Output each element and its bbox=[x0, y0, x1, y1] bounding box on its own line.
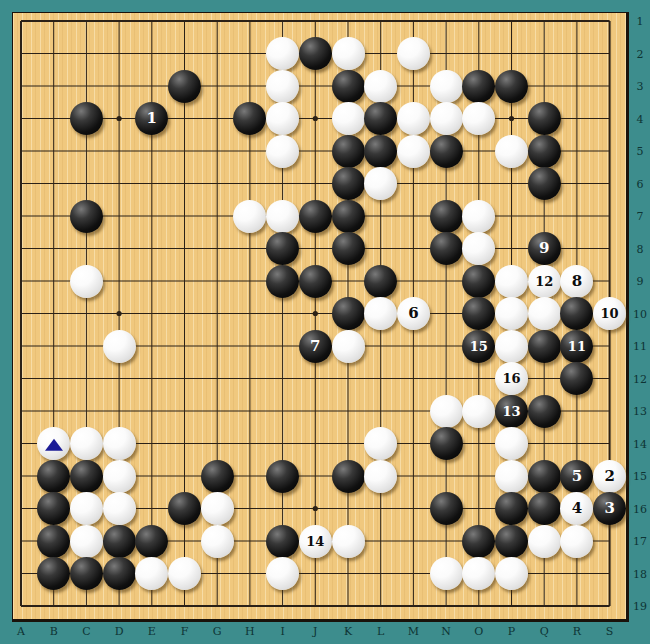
triangle-marker bbox=[45, 438, 63, 450]
stone-black bbox=[37, 557, 70, 590]
stone-white: 12 bbox=[528, 265, 561, 298]
move-number: 2 bbox=[593, 460, 626, 493]
stone-white bbox=[168, 557, 201, 590]
stone-black bbox=[528, 460, 561, 493]
row-label: 16 bbox=[631, 503, 649, 516]
stone-white bbox=[201, 492, 234, 525]
column-label: P bbox=[503, 625, 521, 638]
stone-black bbox=[37, 525, 70, 558]
stone-white bbox=[495, 297, 528, 330]
stone-white: 14 bbox=[299, 525, 332, 558]
stone-white bbox=[266, 70, 299, 103]
stone-black bbox=[332, 232, 365, 265]
stone-black bbox=[37, 460, 70, 493]
column-label: M bbox=[404, 625, 422, 638]
stone-black bbox=[266, 265, 299, 298]
stone-black bbox=[364, 265, 397, 298]
stone-black bbox=[37, 492, 70, 525]
stone-white bbox=[397, 37, 430, 70]
stone-black bbox=[70, 557, 103, 590]
column-label: O bbox=[470, 625, 488, 638]
column-label: I bbox=[274, 625, 292, 638]
stone-black bbox=[201, 460, 234, 493]
stone-white bbox=[495, 427, 528, 460]
stone-black bbox=[266, 232, 299, 265]
stone-white bbox=[266, 135, 299, 168]
stone-white bbox=[266, 37, 299, 70]
stone-black bbox=[168, 492, 201, 525]
stone-black bbox=[430, 232, 463, 265]
stone-white bbox=[103, 492, 136, 525]
stone-black: 11 bbox=[560, 330, 593, 363]
stone-black bbox=[332, 70, 365, 103]
row-label: 19 bbox=[631, 600, 649, 613]
move-number: 6 bbox=[397, 297, 430, 330]
stone-black bbox=[332, 135, 365, 168]
stone-white bbox=[233, 200, 266, 233]
move-number: 15 bbox=[462, 330, 495, 363]
stone-white bbox=[70, 265, 103, 298]
stone-black bbox=[528, 492, 561, 525]
stone-white bbox=[364, 427, 397, 460]
stone-white bbox=[397, 135, 430, 168]
move-number: 16 bbox=[495, 362, 528, 395]
stone-white bbox=[201, 525, 234, 558]
stone-black bbox=[430, 135, 463, 168]
stone-black bbox=[103, 525, 136, 558]
stone-black: 7 bbox=[299, 330, 332, 363]
row-label: 1 bbox=[631, 15, 649, 28]
column-label: Q bbox=[535, 625, 553, 638]
stone-black bbox=[332, 460, 365, 493]
stone-white: 10 bbox=[593, 297, 626, 330]
move-number: 11 bbox=[560, 330, 593, 363]
stone-white bbox=[70, 525, 103, 558]
column-label: B bbox=[45, 625, 63, 638]
row-label: 2 bbox=[631, 48, 649, 61]
move-number: 8 bbox=[560, 265, 593, 298]
stone-white bbox=[103, 330, 136, 363]
stone-black bbox=[528, 167, 561, 200]
row-label: 10 bbox=[631, 308, 649, 321]
stone-black bbox=[528, 102, 561, 135]
stone-black bbox=[495, 70, 528, 103]
row-label: 8 bbox=[631, 243, 649, 256]
column-label: R bbox=[568, 625, 586, 638]
stone-white bbox=[397, 102, 430, 135]
move-number: 3 bbox=[593, 492, 626, 525]
column-label: C bbox=[77, 625, 95, 638]
stone-black bbox=[135, 525, 168, 558]
stone-white bbox=[70, 427, 103, 460]
stone-black bbox=[462, 525, 495, 558]
column-label: E bbox=[143, 625, 161, 638]
stone-black bbox=[299, 200, 332, 233]
column-label: D bbox=[110, 625, 128, 638]
stone-black: 13 bbox=[495, 395, 528, 428]
stone-white bbox=[103, 427, 136, 460]
stone-black bbox=[430, 427, 463, 460]
stone-black bbox=[103, 557, 136, 590]
stone-white bbox=[266, 102, 299, 135]
column-label: J bbox=[306, 625, 324, 638]
stone-white bbox=[332, 525, 365, 558]
stone-white bbox=[364, 70, 397, 103]
row-label: 7 bbox=[631, 210, 649, 223]
stone-white: 16 bbox=[495, 362, 528, 395]
stone-black bbox=[462, 70, 495, 103]
row-label: 11 bbox=[631, 340, 649, 353]
row-label: 6 bbox=[631, 178, 649, 191]
stone-white bbox=[528, 525, 561, 558]
move-number: 10 bbox=[593, 297, 626, 330]
stone-white bbox=[495, 557, 528, 590]
stone-black bbox=[364, 102, 397, 135]
move-number: 12 bbox=[528, 265, 561, 298]
column-label: L bbox=[372, 625, 390, 638]
stone-white bbox=[332, 330, 365, 363]
column-label: N bbox=[437, 625, 455, 638]
stone-black: 3 bbox=[593, 492, 626, 525]
row-label: 4 bbox=[631, 113, 649, 126]
move-number: 7 bbox=[299, 330, 332, 363]
move-number: 13 bbox=[495, 395, 528, 428]
stone-white bbox=[528, 297, 561, 330]
stone-black bbox=[70, 200, 103, 233]
move-number: 14 bbox=[299, 525, 332, 558]
stone-black bbox=[364, 135, 397, 168]
stone-black bbox=[332, 297, 365, 330]
stone-black: 9 bbox=[528, 232, 561, 265]
stone-white bbox=[364, 167, 397, 200]
move-number: 9 bbox=[528, 232, 561, 265]
stone-black bbox=[70, 460, 103, 493]
stone-black bbox=[332, 167, 365, 200]
row-label: 9 bbox=[631, 275, 649, 288]
column-label: F bbox=[176, 625, 194, 638]
stone-black bbox=[528, 395, 561, 428]
stone-white bbox=[495, 135, 528, 168]
stone-white bbox=[70, 492, 103, 525]
stone-black bbox=[528, 135, 561, 168]
stone-white bbox=[462, 200, 495, 233]
row-label: 12 bbox=[631, 373, 649, 386]
stone-black: 15 bbox=[462, 330, 495, 363]
stone-black bbox=[430, 200, 463, 233]
stone-white bbox=[266, 200, 299, 233]
stone-black bbox=[299, 37, 332, 70]
row-label: 17 bbox=[631, 535, 649, 548]
column-label: K bbox=[339, 625, 357, 638]
row-label: 15 bbox=[631, 470, 649, 483]
stone-white bbox=[266, 557, 299, 590]
row-label: 3 bbox=[631, 80, 649, 93]
stone-white bbox=[103, 460, 136, 493]
stone-black bbox=[495, 525, 528, 558]
column-label: G bbox=[208, 625, 226, 638]
column-label: A bbox=[12, 625, 30, 638]
stone-black bbox=[332, 200, 365, 233]
stone-black bbox=[528, 330, 561, 363]
stone-black bbox=[266, 525, 299, 558]
column-label: H bbox=[241, 625, 259, 638]
stone-black bbox=[299, 265, 332, 298]
stone-white bbox=[364, 297, 397, 330]
move-number: 1 bbox=[135, 102, 168, 135]
stone-black bbox=[70, 102, 103, 135]
stone-white bbox=[332, 37, 365, 70]
stone-white bbox=[430, 395, 463, 428]
stone-white: 6 bbox=[397, 297, 430, 330]
stone-white bbox=[430, 102, 463, 135]
stone-black bbox=[462, 265, 495, 298]
stone-white bbox=[332, 102, 365, 135]
stone-black bbox=[430, 492, 463, 525]
move-number: 4 bbox=[560, 492, 593, 525]
stone-black bbox=[495, 492, 528, 525]
stone-white: 8 bbox=[560, 265, 593, 298]
stone-white bbox=[560, 525, 593, 558]
row-label: 5 bbox=[631, 145, 649, 158]
stone-white bbox=[495, 265, 528, 298]
row-label: 14 bbox=[631, 438, 649, 451]
stone-black: 1 bbox=[135, 102, 168, 135]
row-label: 18 bbox=[631, 568, 649, 581]
row-label: 13 bbox=[631, 405, 649, 418]
stone-black bbox=[266, 460, 299, 493]
stone-white bbox=[495, 460, 528, 493]
stone-white bbox=[430, 70, 463, 103]
stone-black: 5 bbox=[560, 460, 593, 493]
stone-white bbox=[462, 395, 495, 428]
stone-white bbox=[37, 427, 70, 460]
column-label: S bbox=[601, 625, 619, 638]
stone-white: 4 bbox=[560, 492, 593, 525]
stone-white: 2 bbox=[593, 460, 626, 493]
stone-white bbox=[430, 557, 463, 590]
stone-white bbox=[364, 460, 397, 493]
stone-black bbox=[168, 70, 201, 103]
stone-white bbox=[495, 330, 528, 363]
move-number: 5 bbox=[560, 460, 593, 493]
go-app-window: 19128610715111613524314 ABCDEFGHIJKLMNOP… bbox=[0, 0, 650, 644]
